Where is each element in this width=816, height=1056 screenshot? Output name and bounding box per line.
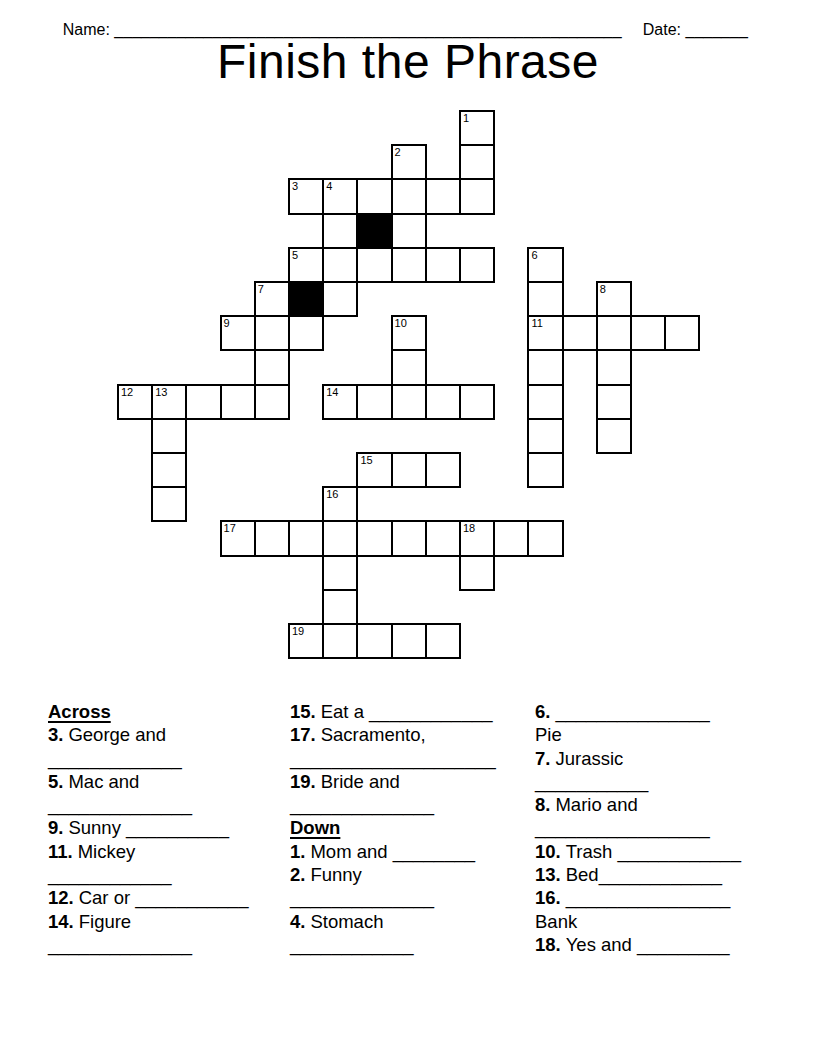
answer-blank-line[interactable]: _________________ bbox=[535, 816, 741, 839]
grid-cell[interactable] bbox=[391, 349, 427, 385]
grid-cell[interactable] bbox=[527, 315, 563, 351]
clue-8: 8.Mario and bbox=[535, 793, 741, 816]
clue-column-3: 6._______________Pie7.Jurassic__________… bbox=[535, 700, 741, 956]
clue-15: 15.Eat a ____________ bbox=[290, 700, 496, 723]
grid-cell[interactable] bbox=[527, 520, 563, 556]
clue-13: 13.Bed____________ bbox=[535, 863, 741, 886]
clue-1: 1.Mom and ________ bbox=[290, 840, 496, 863]
clue-number: 17. bbox=[290, 724, 316, 745]
grid-cell[interactable] bbox=[459, 178, 495, 214]
grid-cell[interactable] bbox=[322, 589, 358, 625]
clue-6: 6._______________ bbox=[535, 700, 741, 723]
grid-cell[interactable] bbox=[288, 623, 324, 659]
clue-list-header: Down bbox=[290, 816, 496, 839]
grid-cell[interactable] bbox=[185, 384, 221, 420]
clue-text: ________________ bbox=[566, 887, 731, 908]
grid-cell[interactable] bbox=[425, 452, 461, 488]
clue-list-header: Across bbox=[48, 700, 248, 723]
clue-9: 9.Sunny __________ bbox=[48, 816, 248, 839]
grid-cell[interactable] bbox=[322, 486, 358, 522]
grid-cell[interactable] bbox=[391, 623, 427, 659]
grid-cell[interactable] bbox=[664, 315, 700, 351]
clue-number: 7. bbox=[535, 748, 550, 769]
clue-text-wrap: Pie bbox=[535, 723, 741, 746]
grid-cell[interactable] bbox=[391, 315, 427, 351]
grid-cell[interactable] bbox=[322, 247, 358, 283]
grid-cell[interactable] bbox=[356, 452, 392, 488]
grid-cell[interactable] bbox=[527, 452, 563, 488]
grid-cell[interactable] bbox=[391, 384, 427, 420]
clue-11: 11.Mickey bbox=[48, 840, 248, 863]
grid-cell[interactable] bbox=[391, 213, 427, 249]
clue-text: Trash ____________ bbox=[566, 841, 741, 862]
grid-cell[interactable] bbox=[527, 281, 563, 317]
clue-number: 12. bbox=[48, 887, 74, 908]
page-title: Finish the Phrase bbox=[0, 34, 816, 89]
grid-cell[interactable] bbox=[356, 384, 392, 420]
clue-number: 10. bbox=[535, 841, 561, 862]
grid-cell[interactable] bbox=[288, 520, 324, 556]
answer-blank-line[interactable]: _____________ bbox=[48, 747, 248, 770]
answer-blank-line[interactable]: ______________ bbox=[48, 793, 248, 816]
grid-cell[interactable] bbox=[630, 315, 666, 351]
clue-text: Car or ___________ bbox=[79, 887, 249, 908]
grid-cell[interactable] bbox=[254, 349, 290, 385]
clue-3: 3.George and bbox=[48, 723, 248, 746]
grid-cell[interactable] bbox=[459, 144, 495, 180]
clue-17: 17.Sacramento, bbox=[290, 723, 496, 746]
grid-cell[interactable] bbox=[391, 247, 427, 283]
grid-cell[interactable] bbox=[596, 315, 632, 351]
clue-text: Mom and ________ bbox=[310, 841, 475, 862]
clue-number: 11. bbox=[48, 841, 73, 862]
clue-number: 1. bbox=[290, 841, 305, 862]
grid-cell[interactable] bbox=[596, 418, 632, 454]
grid-cell[interactable] bbox=[425, 384, 461, 420]
clue-text: Yes and _________ bbox=[566, 934, 730, 955]
grid-cell[interactable] bbox=[459, 384, 495, 420]
grid-cell[interactable] bbox=[459, 520, 495, 556]
clue-text: Sunny __________ bbox=[68, 817, 228, 838]
grid-cell[interactable] bbox=[391, 520, 427, 556]
grid-cell[interactable] bbox=[151, 452, 187, 488]
black-cell bbox=[288, 281, 324, 317]
answer-blank-line[interactable]: ____________________ bbox=[290, 747, 496, 770]
clue-text: Bride and bbox=[321, 771, 400, 792]
grid-cell[interactable] bbox=[254, 315, 290, 351]
grid-cell[interactable] bbox=[356, 520, 392, 556]
clue-column-2: 15.Eat a ____________17.Sacramento,_____… bbox=[290, 700, 496, 956]
grid-cell[interactable] bbox=[254, 520, 290, 556]
grid-cell[interactable] bbox=[151, 486, 187, 522]
clue-number: 5. bbox=[48, 771, 63, 792]
grid-cell[interactable] bbox=[322, 520, 358, 556]
answer-blank-line[interactable]: ____________ bbox=[290, 933, 496, 956]
clue-number: 8. bbox=[535, 794, 550, 815]
grid-cell[interactable] bbox=[288, 315, 324, 351]
answer-blank-line[interactable]: ____________ bbox=[48, 863, 248, 886]
clue-number: 16. bbox=[535, 887, 561, 908]
grid-cell[interactable] bbox=[425, 623, 461, 659]
clue-text: Stomach bbox=[310, 911, 383, 932]
grid-cell[interactable] bbox=[459, 110, 495, 146]
clue-text: Mario and bbox=[555, 794, 637, 815]
clue-text: Eat a ____________ bbox=[321, 701, 493, 722]
grid-cell[interactable] bbox=[288, 247, 324, 283]
clue-number: 18. bbox=[535, 934, 561, 955]
clue-number: 13. bbox=[535, 864, 561, 885]
clue-text: Jurassic bbox=[555, 748, 623, 769]
clue-7: 7.Jurassic bbox=[535, 747, 741, 770]
grid-cell[interactable] bbox=[220, 384, 256, 420]
grid-cell[interactable] bbox=[459, 247, 495, 283]
answer-blank-line[interactable]: ______________ bbox=[48, 933, 248, 956]
black-cell bbox=[356, 213, 392, 249]
grid-cell[interactable] bbox=[151, 384, 187, 420]
clue-text: Mickey bbox=[78, 841, 136, 862]
clue-14: 14.Figure bbox=[48, 910, 248, 933]
grid-cell[interactable] bbox=[220, 315, 256, 351]
grid-cell[interactable] bbox=[220, 520, 256, 556]
clue-5: 5.Mac and bbox=[48, 770, 248, 793]
grid-cell[interactable] bbox=[596, 281, 632, 317]
clue-text: Sacramento, bbox=[321, 724, 426, 745]
grid-cell[interactable] bbox=[425, 178, 461, 214]
grid-cell[interactable] bbox=[527, 418, 563, 454]
grid-cell[interactable] bbox=[151, 418, 187, 454]
crossword-grid: 12345678910111213141516171819 bbox=[117, 110, 701, 660]
grid-cell[interactable] bbox=[493, 520, 529, 556]
clue-4: 4.Stomach bbox=[290, 910, 496, 933]
grid-cell[interactable] bbox=[596, 349, 632, 385]
clue-19: 19.Bride and bbox=[290, 770, 496, 793]
clue-text: Mac and bbox=[68, 771, 139, 792]
grid-cell[interactable] bbox=[322, 555, 358, 591]
answer-blank-line[interactable]: ______________ bbox=[290, 793, 496, 816]
grid-cell[interactable] bbox=[596, 384, 632, 420]
grid-cell[interactable] bbox=[425, 247, 461, 283]
clue-number: 2. bbox=[290, 864, 305, 885]
grid-cell[interactable] bbox=[527, 247, 563, 283]
grid-cell[interactable] bbox=[117, 384, 153, 420]
grid-cell[interactable] bbox=[562, 315, 598, 351]
clue-12: 12.Car or ___________ bbox=[48, 886, 248, 909]
clue-18: 18.Yes and _________ bbox=[535, 933, 741, 956]
grid-cell[interactable] bbox=[322, 281, 358, 317]
answer-blank-line[interactable]: ______________ bbox=[290, 886, 496, 909]
grid-cell[interactable] bbox=[425, 520, 461, 556]
grid-cell[interactable] bbox=[322, 178, 358, 214]
grid-cell[interactable] bbox=[391, 178, 427, 214]
clue-2: 2.Funny bbox=[290, 863, 496, 886]
grid-cell[interactable] bbox=[391, 144, 427, 180]
clue-text: _______________ bbox=[555, 701, 709, 722]
clue-text-wrap: Bank bbox=[535, 910, 741, 933]
answer-blank-line[interactable]: ___________ bbox=[535, 770, 741, 793]
clue-text: Figure bbox=[79, 911, 131, 932]
grid-cell[interactable] bbox=[322, 623, 358, 659]
grid-cell[interactable] bbox=[527, 349, 563, 385]
grid-cell[interactable] bbox=[288, 178, 324, 214]
clue-number: 15. bbox=[290, 701, 316, 722]
grid-cell[interactable] bbox=[254, 384, 290, 420]
clue-number: 14. bbox=[48, 911, 74, 932]
grid-cell[interactable] bbox=[527, 384, 563, 420]
grid-cell[interactable] bbox=[322, 213, 358, 249]
clue-16: 16.________________ bbox=[535, 886, 741, 909]
clue-text: George and bbox=[68, 724, 166, 745]
clue-number: 19. bbox=[290, 771, 316, 792]
grid-cell[interactable] bbox=[356, 623, 392, 659]
grid-cell[interactable] bbox=[356, 178, 392, 214]
clue-number: 4. bbox=[290, 911, 305, 932]
clue-number: 6. bbox=[535, 701, 550, 722]
grid-cell[interactable] bbox=[391, 452, 427, 488]
clue-text: Funny bbox=[310, 864, 361, 885]
clue-number: 3. bbox=[48, 724, 63, 745]
grid-cell[interactable] bbox=[254, 281, 290, 317]
clue-10: 10.Trash ____________ bbox=[535, 840, 741, 863]
grid-cell[interactable] bbox=[322, 384, 358, 420]
clue-text: Bed____________ bbox=[566, 864, 722, 885]
clue-number: 9. bbox=[48, 817, 63, 838]
grid-cell[interactable] bbox=[459, 555, 495, 591]
grid-cell[interactable] bbox=[356, 247, 392, 283]
clue-column-1: Across3.George and_____________5.Mac and… bbox=[48, 700, 248, 956]
